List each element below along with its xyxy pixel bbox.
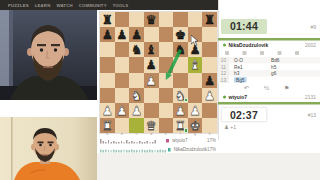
grid-icon[interactable] xyxy=(225,51,229,55)
square-b5[interactable] xyxy=(115,57,130,72)
square-f8[interactable] xyxy=(173,12,188,27)
square-g1[interactable]: ♚ xyxy=(188,118,203,133)
piece-p-c7[interactable]: ♟ xyxy=(129,27,144,42)
captured-pawn-icon: ♟ xyxy=(224,124,229,131)
piece-p-a7[interactable]: ♟ xyxy=(100,27,115,42)
piece-P-b2[interactable]: ♟ xyxy=(115,103,130,118)
game-controls: ↶ ½ ⚑ xyxy=(218,84,320,91)
square-a8[interactable]: ♜ xyxy=(100,12,115,27)
square-a7[interactable]: ♟ xyxy=(100,27,115,42)
square-a4[interactable] xyxy=(100,73,115,88)
material-count: +1 xyxy=(230,125,236,131)
nav-item-tools[interactable]: TOOLS xyxy=(113,3,129,8)
turn-indicator-bottom xyxy=(218,102,320,105)
standing-top-player: #9 xyxy=(310,24,316,30)
draw-offer-button[interactable]: ½ xyxy=(264,84,269,91)
piece-n-f6[interactable]: ♞ xyxy=(173,42,188,57)
piece-k-f7[interactable]: ♚ xyxy=(173,27,188,42)
layout-icon[interactable] xyxy=(278,51,282,55)
navbar-items: PUZZLESLEARNWATCHCOMMUNITYTOOLS xyxy=(0,0,226,10)
square-g8[interactable] xyxy=(188,12,203,27)
mouse-cursor xyxy=(191,32,198,50)
move-number: 11 xyxy=(221,64,226,70)
piece-P-d4[interactable]: ♟ xyxy=(144,73,159,88)
clock-icon[interactable] xyxy=(243,51,247,55)
square-e5[interactable] xyxy=(159,57,174,72)
resign-button[interactable]: ⚑ xyxy=(284,84,289,91)
timeline-row-2: NikaDzudzulovik17% xyxy=(100,145,218,153)
square-a6[interactable] xyxy=(100,42,115,57)
piece-n-c6[interactable]: ♞ xyxy=(129,42,144,57)
player-top-row[interactable]: NikaDzudzulovik xyxy=(223,42,268,48)
player-color-marker xyxy=(166,139,169,143)
square-h7[interactable] xyxy=(202,27,217,42)
stream-window: PUZZLESLEARNWATCHCOMMUNITYTOOLS xyxy=(0,0,320,180)
chess-board[interactable]: ♜♛♜♟♟♟♚♞♝♞♟♟♝♟♟♞♞♟♟♟♟♟♟♜♛♜♚ xyxy=(100,12,217,133)
page-footer xyxy=(97,153,320,180)
square-c6[interactable]: ♞ xyxy=(129,42,144,57)
move-Bg5[interactable]: Bg5 xyxy=(234,77,246,83)
move-row-13[interactable]: 13Bg5 xyxy=(218,77,320,84)
nav-item-watch[interactable]: WATCH xyxy=(56,3,72,8)
square-g4[interactable] xyxy=(188,73,203,88)
square-h1[interactable] xyxy=(202,118,217,133)
timeline-bars xyxy=(100,138,164,144)
square-e3[interactable] xyxy=(159,88,174,103)
piece-P-g2[interactable]: ♟ xyxy=(188,103,203,118)
piece-r-a8[interactable]: ♜ xyxy=(100,12,115,27)
square-h2[interactable] xyxy=(202,103,217,118)
nav-item-community[interactable]: COMMUNITY xyxy=(79,3,107,8)
square-e6[interactable] xyxy=(159,42,174,57)
timeline-bars xyxy=(100,147,166,153)
square-h4[interactable]: ♟ xyxy=(202,73,217,88)
player-top-name: NikaDzudzulovik xyxy=(229,42,269,48)
move-badge-f3 xyxy=(184,98,189,103)
piece-p-d5[interactable]: ♟ xyxy=(144,57,159,72)
standing-bottom-player: #13 xyxy=(308,112,316,118)
move-list-header xyxy=(218,50,320,56)
square-g5[interactable]: ♝ xyxy=(188,57,203,72)
piece-q-d8[interactable]: ♛ xyxy=(144,12,159,27)
square-f2[interactable]: ♟ xyxy=(173,103,188,118)
player-color-marker xyxy=(168,148,171,152)
piece-p-b7[interactable]: ♟ xyxy=(115,27,130,42)
move-time-chart: wtyuio717%NikaDzudzulovik17% xyxy=(100,136,218,154)
clock-bottom-player: 02:37 xyxy=(221,107,267,122)
move-h5[interactable]: h5 xyxy=(271,64,276,70)
webcam-top xyxy=(0,10,97,100)
square-h6[interactable] xyxy=(202,42,217,57)
piece-P-a2[interactable]: ♟ xyxy=(100,103,115,118)
timeline-percent: 17% xyxy=(207,138,218,143)
game-panel: 01:44 #9 NikaDzudzulovik 2002 10O-OBd611… xyxy=(218,14,320,138)
player-top-rating: 2002 xyxy=(305,43,316,49)
square-b4[interactable] xyxy=(115,73,130,88)
square-b3[interactable] xyxy=(115,88,130,103)
clock-top-player: 01:44 xyxy=(221,19,267,34)
square-f6[interactable]: ♞ xyxy=(173,42,188,57)
square-e4[interactable] xyxy=(159,73,174,88)
square-a1[interactable]: ♜ xyxy=(100,118,115,133)
flag-icon[interactable] xyxy=(295,51,299,55)
square-d8[interactable]: ♛ xyxy=(144,12,159,27)
square-d5[interactable]: ♟ xyxy=(144,57,159,72)
timeline-row-1: wtyuio717% xyxy=(100,136,218,144)
square-g2[interactable]: ♟ xyxy=(188,103,203,118)
player-bottom-rating: 2131 xyxy=(305,95,316,101)
square-d2[interactable] xyxy=(144,103,159,118)
turn-indicator-top xyxy=(218,38,320,41)
square-b1[interactable] xyxy=(115,118,130,133)
square-c7[interactable]: ♟ xyxy=(129,27,144,42)
online-dot-icon xyxy=(223,96,226,99)
material-advantage: ♟ +1 xyxy=(224,124,236,131)
online-dot-icon xyxy=(223,44,226,47)
move-g6[interactable]: g6 xyxy=(271,71,276,77)
square-h5[interactable] xyxy=(202,57,217,72)
timeline-player-label: NikaDzudzulovik xyxy=(174,147,207,152)
move-list[interactable]: 10O-OBd611Re1h512h3g613Bg5 xyxy=(218,57,320,83)
piece-b-d6[interactable]: ♝ xyxy=(144,42,159,57)
piece-N-c3[interactable]: ♞ xyxy=(129,88,144,103)
square-h8[interactable]: ♜ xyxy=(202,12,217,27)
nav-item-puzzles[interactable]: PUZZLES xyxy=(8,3,29,8)
piece-Q-d1[interactable]: ♛ xyxy=(144,118,159,133)
timeline-percent: 17% xyxy=(207,147,218,152)
square-c4[interactable] xyxy=(129,73,144,88)
square-d4[interactable]: ♟ xyxy=(144,73,159,88)
piece-r-h8[interactable]: ♜ xyxy=(202,12,217,27)
list-icon[interactable] xyxy=(260,51,264,55)
square-c8[interactable] xyxy=(129,12,144,27)
move-O-O[interactable]: O-O xyxy=(234,58,243,64)
square-f7[interactable]: ♚ xyxy=(173,27,188,42)
move-h3[interactable]: h3 xyxy=(234,71,239,77)
piece-K-g1[interactable]: ♚ xyxy=(188,118,203,133)
piece-p-h4[interactable]: ♟ xyxy=(202,73,217,88)
square-c5[interactable] xyxy=(129,57,144,72)
move-number: 13 xyxy=(221,77,226,83)
takeback-button[interactable]: ↶ xyxy=(244,84,249,91)
square-h3[interactable]: ♟ xyxy=(202,88,217,103)
square-f4[interactable] xyxy=(173,73,188,88)
square-b8[interactable] xyxy=(115,12,130,27)
square-d7[interactable] xyxy=(144,27,159,42)
player-bottom-name: wtyuio7 xyxy=(229,94,248,100)
board-squares[interactable]: ♜♛♜♟♟♟♚♞♝♞♟♟♝♟♟♞♞♟♟♟♟♟♟♜♛♜♚ xyxy=(100,12,217,133)
piece-R-a1[interactable]: ♜ xyxy=(100,118,115,133)
piece-P-c2[interactable]: ♟ xyxy=(129,103,144,118)
move-Re1[interactable]: Re1 xyxy=(234,64,243,70)
square-e8[interactable] xyxy=(159,12,174,27)
nav-item-learn[interactable]: LEARN xyxy=(35,3,51,8)
square-d1[interactable]: ♛ xyxy=(144,118,159,133)
square-b7[interactable]: ♟ xyxy=(115,27,130,42)
square-a2[interactable]: ♟ xyxy=(100,103,115,118)
piece-P-h3[interactable]: ♟ xyxy=(202,88,217,103)
square-b2[interactable]: ♟ xyxy=(115,103,130,118)
square-d3[interactable] xyxy=(144,88,159,103)
move-Bd6[interactable]: Bd6 xyxy=(271,58,279,64)
webcam-bottom xyxy=(0,117,97,180)
move-number: 12 xyxy=(221,71,226,77)
piece-P-f2[interactable]: ♟ xyxy=(173,103,188,118)
move-badge-f1 xyxy=(184,128,189,133)
square-d6[interactable]: ♝ xyxy=(144,42,159,57)
square-f5[interactable] xyxy=(173,57,188,72)
webcam-bottom-video xyxy=(0,117,97,180)
site-navbar: PUZZLESLEARNWATCHCOMMUNITYTOOLS xyxy=(0,0,218,10)
webcam-top-video xyxy=(0,10,97,100)
timeline-player-label: wtyuio7 xyxy=(172,138,207,143)
piece-B-g5[interactable]: ♝ xyxy=(188,57,203,72)
square-e2[interactable] xyxy=(159,103,174,118)
square-c3[interactable]: ♞ xyxy=(129,88,144,103)
square-a5[interactable] xyxy=(100,57,115,72)
square-c2[interactable]: ♟ xyxy=(129,103,144,118)
square-e7[interactable] xyxy=(159,27,174,42)
player-bottom-row[interactable]: wtyuio7 xyxy=(223,94,247,100)
square-c1[interactable] xyxy=(129,118,144,133)
square-a3[interactable] xyxy=(100,88,115,103)
square-e1[interactable] xyxy=(159,118,174,133)
square-b6[interactable] xyxy=(115,42,130,57)
square-g3[interactable] xyxy=(188,88,203,103)
move-number: 10 xyxy=(221,58,226,64)
